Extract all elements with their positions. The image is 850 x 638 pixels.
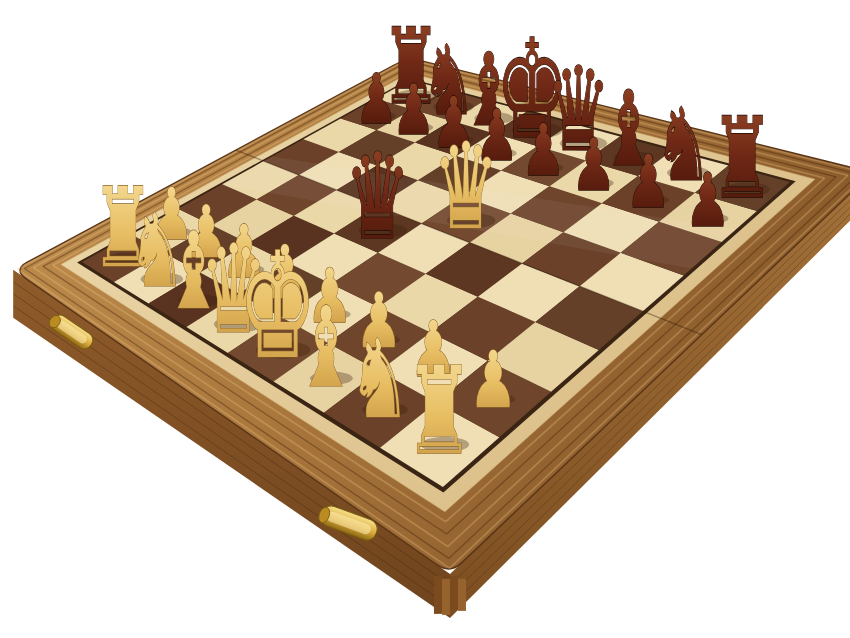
piece-white-bishop-f1: ♝ bbox=[295, 283, 357, 413]
piece-white-rook-h1: ♜ bbox=[404, 339, 474, 481]
piece-black-pawn-f7: ♟ bbox=[571, 123, 616, 208]
finger-joint bbox=[434, 576, 442, 614]
piece-white-queen-e5: ♛ bbox=[433, 117, 499, 255]
piece-white-knight-g1: ♞ bbox=[349, 316, 411, 442]
finger-joint bbox=[450, 576, 458, 610]
finger-joint bbox=[458, 579, 466, 611]
piece-black-queen-d4: ♛ bbox=[345, 127, 411, 265]
finger-joint bbox=[442, 579, 450, 615]
piece-black-pawn-g7: ♟ bbox=[625, 139, 671, 225]
piece-black-pawn-h7: ♟ bbox=[684, 157, 731, 243]
piece-black-pawn-e7: ♟ bbox=[521, 108, 566, 191]
board-scene: ♜♞♟♝♟♚♟♛♟♝♟♞♟♜♟♟♛♛♟♟♜♟♞♟♝♟♛♟♚♟♝♟♞♜ bbox=[0, 0, 850, 638]
piece-white-pawn-h2: ♟ bbox=[469, 334, 518, 426]
chess-set-product-photo: ♜♞♟♝♟♚♟♛♟♝♟♞♟♜♟♟♛♛♟♟♜♟♞♟♝♟♛♟♚♟♝♟♞♜ bbox=[0, 0, 850, 638]
